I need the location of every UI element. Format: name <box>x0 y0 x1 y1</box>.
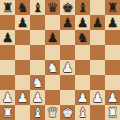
square-h1[interactable]: ♜ <box>105 105 120 120</box>
square-f3[interactable] <box>75 75 90 90</box>
square-e6[interactable] <box>60 30 75 45</box>
piece-white-pawn[interactable]: ♟ <box>62 60 74 75</box>
piece-black-rook[interactable]: ♜ <box>2 0 14 15</box>
square-e7[interactable]: ♟ <box>60 15 75 30</box>
piece-black-pawn[interactable]: ♟ <box>107 15 119 30</box>
piece-white-rook[interactable]: ♜ <box>2 105 14 120</box>
square-h5[interactable] <box>105 45 120 60</box>
square-a3[interactable] <box>0 75 15 90</box>
square-d4[interactable]: ♞ <box>45 60 60 75</box>
square-c6[interactable] <box>30 30 45 45</box>
piece-white-bishop[interactable]: ♝ <box>32 105 44 120</box>
square-b2[interactable]: ♟ <box>15 90 30 105</box>
square-h8[interactable]: ♜ <box>105 0 120 15</box>
square-b1[interactable] <box>15 105 30 120</box>
square-e3[interactable] <box>60 75 75 90</box>
square-b7[interactable]: ♟ <box>15 15 30 30</box>
square-f5[interactable] <box>75 45 90 60</box>
square-f8[interactable]: ♝ <box>75 0 90 15</box>
square-a2[interactable]: ♟ <box>0 90 15 105</box>
square-g8[interactable] <box>90 0 105 15</box>
piece-black-pawn[interactable]: ♟ <box>17 15 29 30</box>
square-h3[interactable] <box>105 75 120 90</box>
square-g7[interactable]: ♟ <box>90 15 105 30</box>
piece-white-knight[interactable]: ♞ <box>32 75 44 90</box>
square-c1[interactable]: ♝ <box>30 105 45 120</box>
piece-white-king[interactable]: ♚ <box>62 105 74 120</box>
piece-white-knight[interactable]: ♞ <box>47 60 59 75</box>
square-d2[interactable] <box>45 90 60 105</box>
square-a4[interactable] <box>0 60 15 75</box>
square-f6[interactable]: ♞ <box>75 30 90 45</box>
piece-white-rook[interactable]: ♜ <box>107 105 119 120</box>
square-f7[interactable]: ♟ <box>75 15 90 30</box>
square-c8[interactable]: ♝ <box>30 0 45 15</box>
square-g5[interactable] <box>90 45 105 60</box>
chess-board: ♜♞♝♛♚♝♜♟♟♟♟♟♟♟♞♞♟♞♟♟♟♟♟♟♜♝♛♚♝♜ <box>0 0 120 120</box>
square-b3[interactable] <box>15 75 30 90</box>
piece-white-pawn[interactable]: ♟ <box>17 90 29 105</box>
piece-black-pawn[interactable]: ♟ <box>77 15 89 30</box>
piece-black-king[interactable]: ♚ <box>62 0 74 15</box>
square-e2[interactable] <box>60 90 75 105</box>
square-h6[interactable] <box>105 30 120 45</box>
piece-black-knight[interactable]: ♞ <box>17 0 29 15</box>
square-f2[interactable]: ♟ <box>75 90 90 105</box>
piece-white-pawn[interactable]: ♟ <box>2 90 14 105</box>
square-a7[interactable] <box>0 15 15 30</box>
square-a5[interactable] <box>0 45 15 60</box>
square-d3[interactable] <box>45 75 60 90</box>
square-e1[interactable]: ♚ <box>60 105 75 120</box>
square-g1[interactable] <box>90 105 105 120</box>
square-d6[interactable]: ♟ <box>45 30 60 45</box>
piece-white-pawn[interactable]: ♟ <box>107 90 119 105</box>
square-e5[interactable] <box>60 45 75 60</box>
piece-white-queen[interactable]: ♛ <box>47 105 59 120</box>
square-a1[interactable]: ♜ <box>0 105 15 120</box>
square-h7[interactable]: ♟ <box>105 15 120 30</box>
piece-white-bishop[interactable]: ♝ <box>77 105 89 120</box>
square-c2[interactable]: ♟ <box>30 90 45 105</box>
square-g6[interactable] <box>90 30 105 45</box>
piece-black-bishop[interactable]: ♝ <box>32 0 44 15</box>
square-h4[interactable] <box>105 60 120 75</box>
square-g3[interactable] <box>90 75 105 90</box>
piece-black-pawn[interactable]: ♟ <box>47 30 59 45</box>
piece-black-queen[interactable]: ♛ <box>47 0 59 15</box>
square-f1[interactable]: ♝ <box>75 105 90 120</box>
square-f4[interactable] <box>75 60 90 75</box>
square-c4[interactable] <box>30 60 45 75</box>
square-e4[interactable]: ♟ <box>60 60 75 75</box>
piece-black-pawn[interactable]: ♟ <box>92 15 104 30</box>
piece-white-pawn[interactable]: ♟ <box>77 90 89 105</box>
square-c3[interactable]: ♞ <box>30 75 45 90</box>
piece-black-pawn[interactable]: ♟ <box>62 15 74 30</box>
square-e8[interactable]: ♚ <box>60 0 75 15</box>
square-b5[interactable] <box>15 45 30 60</box>
piece-black-pawn[interactable]: ♟ <box>2 30 14 45</box>
square-d7[interactable] <box>45 15 60 30</box>
square-d1[interactable]: ♛ <box>45 105 60 120</box>
square-b6[interactable] <box>15 30 30 45</box>
square-g2[interactable]: ♟ <box>90 90 105 105</box>
square-h2[interactable]: ♟ <box>105 90 120 105</box>
square-b8[interactable]: ♞ <box>15 0 30 15</box>
square-d5[interactable] <box>45 45 60 60</box>
square-c5[interactable] <box>30 45 45 60</box>
square-b4[interactable] <box>15 60 30 75</box>
square-g4[interactable] <box>90 60 105 75</box>
square-a6[interactable]: ♟ <box>0 30 15 45</box>
square-c7[interactable] <box>30 15 45 30</box>
square-d8[interactable]: ♛ <box>45 0 60 15</box>
square-a8[interactable]: ♜ <box>0 0 15 15</box>
piece-black-rook[interactable]: ♜ <box>107 0 119 15</box>
piece-white-pawn[interactable]: ♟ <box>32 90 44 105</box>
piece-white-pawn[interactable]: ♟ <box>92 90 104 105</box>
piece-black-knight[interactable]: ♞ <box>77 30 89 45</box>
piece-black-bishop[interactable]: ♝ <box>77 0 89 15</box>
